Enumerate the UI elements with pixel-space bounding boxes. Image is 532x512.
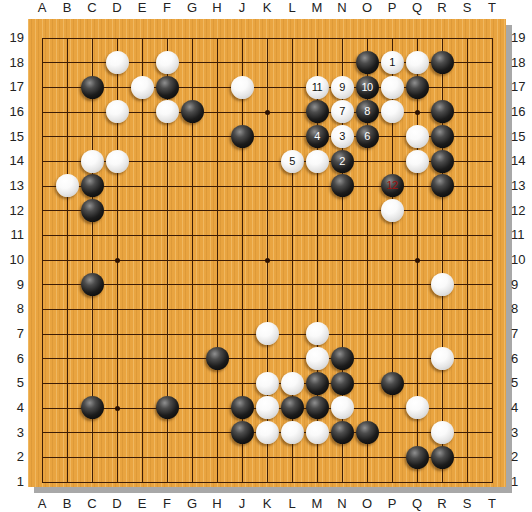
stone-black xyxy=(156,76,179,99)
row-label-right: 9 xyxy=(511,278,532,292)
move-number: 3 xyxy=(339,131,345,142)
row-label-left: 5 xyxy=(0,376,24,390)
row-label-right: 14 xyxy=(511,154,532,168)
row-label-left: 1 xyxy=(0,475,24,489)
column-label-bottom: R xyxy=(430,497,454,511)
row-label-right: 2 xyxy=(511,450,532,464)
stone-white xyxy=(431,421,454,444)
stone-white: 11 xyxy=(306,76,329,99)
move-number: 2 xyxy=(339,156,345,167)
stone-black xyxy=(406,76,429,99)
column-label-bottom: J xyxy=(230,497,254,511)
row-label-right: 10 xyxy=(511,253,532,267)
column-label-top: Q xyxy=(405,1,429,15)
row-label-right: 4 xyxy=(511,401,532,415)
stone-black xyxy=(431,446,454,469)
stone-black: 8 xyxy=(356,100,379,123)
move-number: 4 xyxy=(314,131,320,142)
row-label-left: 16 xyxy=(0,105,24,119)
stone-black xyxy=(81,396,104,419)
stone-white xyxy=(306,150,329,173)
column-label-bottom: T xyxy=(480,497,504,511)
stone-black xyxy=(381,372,404,395)
column-label-top: D xyxy=(105,1,129,15)
column-label-top: N xyxy=(330,1,354,15)
column-label-top: B xyxy=(55,1,79,15)
stone-white xyxy=(406,51,429,74)
stone-black xyxy=(206,347,229,370)
stone-black xyxy=(331,372,354,395)
column-label-top: O xyxy=(355,1,379,15)
stone-black xyxy=(331,174,354,197)
row-label-left: 7 xyxy=(0,327,24,341)
stone-white: 1 xyxy=(381,51,404,74)
stone-black xyxy=(306,396,329,419)
stone-black: 4 xyxy=(306,125,329,148)
column-label-top: P xyxy=(380,1,404,15)
move-number: 1 xyxy=(389,57,395,68)
column-label-top: R xyxy=(430,1,454,15)
stone-white xyxy=(406,150,429,173)
stone-white xyxy=(406,396,429,419)
stone-white xyxy=(431,273,454,296)
row-label-left: 15 xyxy=(0,130,24,144)
row-label-right: 15 xyxy=(511,130,532,144)
column-label-top: K xyxy=(255,1,279,15)
row-label-right: 3 xyxy=(511,426,532,440)
column-label-bottom: S xyxy=(455,497,479,511)
stone-black xyxy=(356,421,379,444)
column-label-top: M xyxy=(305,1,329,15)
last-move-number: 12 xyxy=(386,180,397,191)
go-board: 108462121119735 xyxy=(28,19,506,487)
move-number: 10 xyxy=(361,82,372,93)
stone-white: 3 xyxy=(331,125,354,148)
stone-black xyxy=(356,51,379,74)
column-label-top: C xyxy=(80,1,104,15)
go-board-diagram: 108462121119735 AABBCCDDEEFFGGHHJJKKLLMM… xyxy=(0,0,532,512)
stone-black xyxy=(81,273,104,296)
column-label-bottom: G xyxy=(180,497,204,511)
column-label-bottom: L xyxy=(280,497,304,511)
column-label-bottom: N xyxy=(330,497,354,511)
stone-white xyxy=(331,396,354,419)
column-label-bottom: Q xyxy=(405,497,429,511)
move-number: 6 xyxy=(364,131,370,142)
row-label-right: 18 xyxy=(511,56,532,70)
stone-white xyxy=(306,421,329,444)
row-label-right: 17 xyxy=(511,80,532,94)
stone-white xyxy=(156,100,179,123)
stone-white xyxy=(106,100,129,123)
stone-white xyxy=(256,322,279,345)
column-label-top: S xyxy=(455,1,479,15)
move-number: 5 xyxy=(289,156,295,167)
column-label-top: H xyxy=(205,1,229,15)
column-label-bottom: C xyxy=(80,497,104,511)
row-label-left: 9 xyxy=(0,278,24,292)
column-label-bottom: B xyxy=(55,497,79,511)
stone-black xyxy=(431,125,454,148)
column-label-top: T xyxy=(480,1,504,15)
column-label-top: E xyxy=(130,1,154,15)
stone-black: 10 xyxy=(356,76,379,99)
row-label-right: 1 xyxy=(511,475,532,489)
stone-white: 9 xyxy=(331,76,354,99)
row-label-right: 11 xyxy=(511,228,532,242)
stone-black: 6 xyxy=(356,125,379,148)
row-label-left: 14 xyxy=(0,154,24,168)
row-label-left: 17 xyxy=(0,80,24,94)
column-label-bottom: H xyxy=(205,497,229,511)
stone-black xyxy=(431,150,454,173)
stone-black: 2 xyxy=(331,150,354,173)
column-label-top: J xyxy=(230,1,254,15)
stones-grid: 108462121119735 xyxy=(30,26,505,494)
stone-black xyxy=(231,125,254,148)
move-number: 9 xyxy=(339,82,345,93)
stone-white xyxy=(131,76,154,99)
row-label-left: 4 xyxy=(0,401,24,415)
stone-black xyxy=(306,372,329,395)
move-number: 7 xyxy=(339,106,345,117)
row-label-right: 6 xyxy=(511,352,532,366)
row-label-right: 12 xyxy=(511,204,532,218)
row-label-left: 18 xyxy=(0,56,24,70)
stone-white xyxy=(156,51,179,74)
move-number: 8 xyxy=(364,106,370,117)
stone-white xyxy=(256,421,279,444)
stone-black xyxy=(181,100,204,123)
stone-black xyxy=(81,76,104,99)
stone-black xyxy=(156,396,179,419)
column-label-bottom: M xyxy=(305,497,329,511)
stone-black xyxy=(81,199,104,222)
stone-black xyxy=(331,347,354,370)
column-label-bottom: K xyxy=(255,497,279,511)
stone-white xyxy=(256,372,279,395)
stone-black xyxy=(231,396,254,419)
stone-white xyxy=(281,372,304,395)
stone-white xyxy=(81,150,104,173)
column-label-bottom: D xyxy=(105,497,129,511)
stone-white xyxy=(56,174,79,197)
column-label-bottom: P xyxy=(380,497,404,511)
move-number: 11 xyxy=(312,82,322,93)
stone-black xyxy=(281,396,304,419)
row-label-left: 12 xyxy=(0,204,24,218)
stone-white xyxy=(306,322,329,345)
stone-white xyxy=(381,199,404,222)
row-label-left: 6 xyxy=(0,352,24,366)
stone-black xyxy=(431,51,454,74)
stone-white xyxy=(231,76,254,99)
stone-white xyxy=(406,125,429,148)
row-label-right: 8 xyxy=(511,302,532,316)
column-label-top: L xyxy=(280,1,304,15)
stone-black xyxy=(231,421,254,444)
stone-black xyxy=(406,446,429,469)
stone-black xyxy=(331,421,354,444)
row-label-right: 16 xyxy=(511,105,532,119)
stone-white xyxy=(306,347,329,370)
stone-white xyxy=(106,51,129,74)
stone-black xyxy=(431,100,454,123)
stone-black xyxy=(431,174,454,197)
stone-black xyxy=(306,100,329,123)
stone-white xyxy=(381,76,404,99)
stone-black: 12 xyxy=(381,174,404,197)
row-label-left: 10 xyxy=(0,253,24,267)
stone-white xyxy=(106,150,129,173)
row-label-right: 7 xyxy=(511,327,532,341)
column-label-bottom: O xyxy=(355,497,379,511)
row-label-right: 5 xyxy=(511,376,532,390)
row-label-left: 8 xyxy=(0,302,24,316)
column-label-top: G xyxy=(180,1,204,15)
row-label-left: 3 xyxy=(0,426,24,440)
row-label-left: 19 xyxy=(0,31,24,45)
stone-white xyxy=(431,347,454,370)
column-label-bottom: A xyxy=(30,497,54,511)
stone-white: 5 xyxy=(281,150,304,173)
column-label-top: A xyxy=(30,1,54,15)
stone-black xyxy=(81,174,104,197)
column-label-bottom: E xyxy=(130,497,154,511)
stone-white xyxy=(256,396,279,419)
row-label-right: 13 xyxy=(511,179,532,193)
stone-white xyxy=(381,100,404,123)
stone-white: 7 xyxy=(331,100,354,123)
row-label-left: 2 xyxy=(0,450,24,464)
row-label-left: 13 xyxy=(0,179,24,193)
stone-white xyxy=(281,421,304,444)
row-label-left: 11 xyxy=(0,228,24,242)
column-label-bottom: F xyxy=(155,497,179,511)
row-label-right: 19 xyxy=(511,31,532,45)
column-label-top: F xyxy=(155,1,179,15)
